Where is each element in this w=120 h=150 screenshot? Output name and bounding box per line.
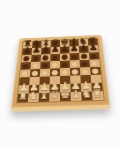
dark-king: ♚ [60, 37, 69, 45]
board-grid: ♜♞♝♛♚♝♞♜♟♟♟♟♟♟♟♟●●●●●●●●●●●●●●●●●●●●●●●●… [16, 38, 105, 104]
dark-bishop: ♝ [69, 37, 79, 45]
dark-bishop: ♝ [41, 38, 50, 46]
square-c1: ♝ [39, 93, 50, 102]
dark-queen: ♛ [51, 38, 60, 46]
square-g1: ♞ [81, 91, 92, 100]
light-checker: ● [71, 68, 78, 75]
light-checker: ● [61, 68, 68, 75]
dark-checker: ● [61, 61, 68, 68]
square-e2: ♟ [60, 84, 71, 93]
dark-checker: ● [32, 55, 39, 62]
light-checker: ● [71, 61, 78, 68]
dark-checker: ● [81, 53, 88, 60]
square-e1: ♚ [60, 92, 71, 101]
light-checker: ● [51, 69, 58, 76]
dark-rook: ♜ [88, 36, 98, 44]
dark-checker: ● [52, 54, 59, 61]
square-h1: ♜ [92, 91, 104, 100]
dark-checker: ● [71, 53, 78, 60]
dark-checker: ● [81, 60, 88, 67]
square-a1: ♜ [17, 93, 28, 102]
light-checker: ● [41, 69, 48, 76]
square-d2: ♟ [49, 84, 60, 93]
light-checker: ● [31, 70, 38, 77]
dark-checker: ● [22, 62, 29, 69]
dark-checker: ● [23, 55, 30, 62]
light-checker: ● [81, 68, 89, 75]
dark-checker: ● [42, 55, 49, 62]
dark-knight: ♞ [78, 37, 88, 45]
square-g2: ♟ [81, 83, 92, 92]
dark-checker: ● [61, 54, 68, 61]
square-f2: ♟ [70, 83, 81, 92]
light-checker: ● [21, 70, 28, 77]
square-h2: ♟ [91, 83, 102, 92]
dark-knight: ♞ [32, 39, 42, 47]
product-photo[interactable]: ♜♞♝♛♚♝♞♜♟♟♟♟♟♟♟♟●●●●●●●●●●●●●●●●●●●●●●●●… [0, 0, 120, 150]
light-checker: ● [92, 67, 100, 74]
dark-checker: ● [90, 53, 97, 60]
light-checker: ● [52, 61, 59, 68]
square-d1: ♛ [49, 92, 60, 101]
dark-checker: ● [42, 62, 49, 69]
board-frame: ♜♞♝♛♚♝♞♜♟♟♟♟♟♟♟♟●●●●●●●●●●●●●●●●●●●●●●●●… [11, 35, 110, 112]
light-checker: ● [32, 62, 39, 69]
square-b1: ♞ [28, 93, 39, 102]
light-checker: ● [91, 60, 99, 67]
square-f1: ♝ [71, 92, 82, 101]
board-scene: ♜♞♝♛♚♝♞♜♟♟♟♟♟♟♟♟●●●●●●●●●●●●●●●●●●●●●●●●… [11, 35, 110, 112]
